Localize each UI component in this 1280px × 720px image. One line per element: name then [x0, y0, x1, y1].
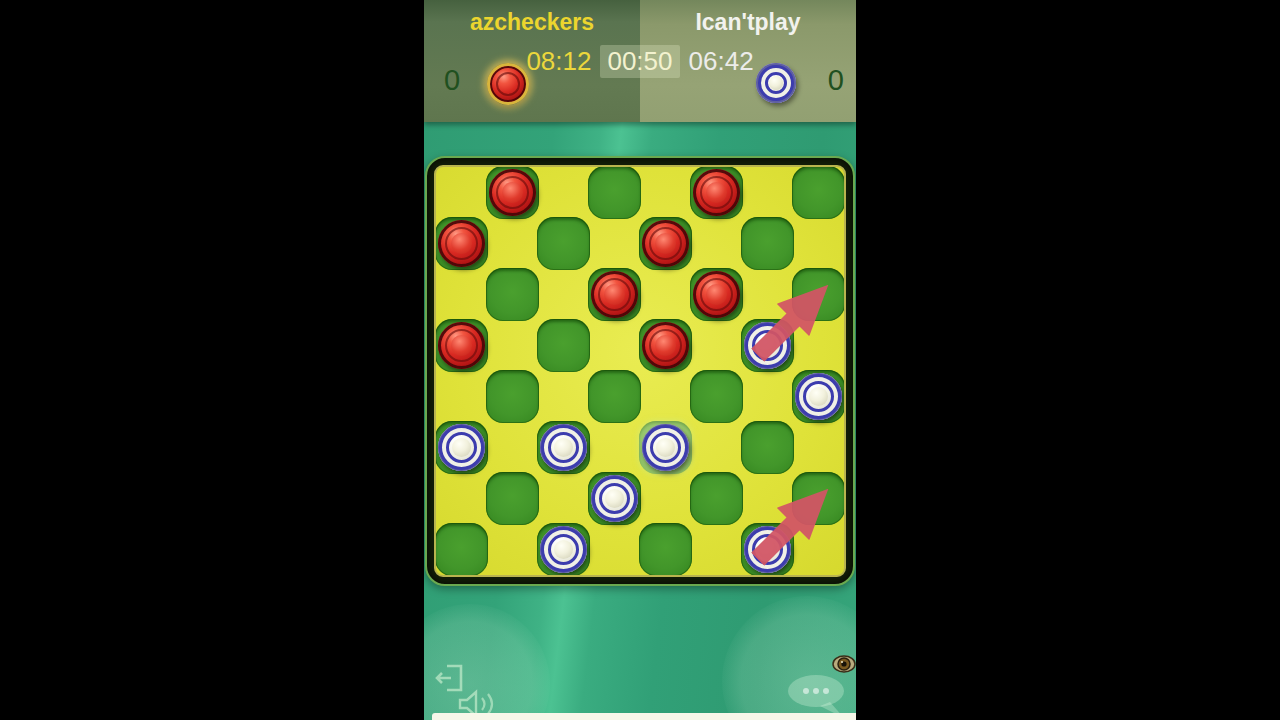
- eye-icon[interactable]: [832, 654, 856, 674]
- square-r6c6: [691, 422, 742, 473]
- square-r2c2: [487, 218, 538, 269]
- move-timer: 00:50: [600, 45, 679, 78]
- square-r1c1: [436, 167, 487, 218]
- square-r3c3: [538, 269, 589, 320]
- square-r5c7: [742, 371, 793, 422]
- square-r7c6[interactable]: [691, 473, 742, 524]
- square-r8c3[interactable]: [538, 524, 589, 575]
- square-r1c2[interactable]: [487, 167, 538, 218]
- dark-square: [588, 166, 641, 219]
- square-r8c5[interactable]: [640, 524, 691, 575]
- white-piece[interactable]: [540, 526, 587, 573]
- square-r8c6: [691, 524, 742, 575]
- square-r4c5[interactable]: [640, 320, 691, 371]
- dark-square: [486, 268, 539, 321]
- red-piece[interactable]: [438, 322, 485, 369]
- square-r5c8[interactable]: [793, 371, 844, 422]
- square-r1c5: [640, 167, 691, 218]
- dark-square: [690, 370, 743, 423]
- dark-square: [588, 370, 641, 423]
- red-piece[interactable]: [489, 169, 536, 216]
- square-r4c6: [691, 320, 742, 371]
- left-player-score: 0: [444, 64, 460, 97]
- red-piece[interactable]: [591, 271, 638, 318]
- square-r3c6[interactable]: [691, 269, 742, 320]
- left-player-clock: 08:12: [526, 46, 591, 77]
- square-r6c5[interactable]: [640, 422, 691, 473]
- white-piece[interactable]: [540, 424, 587, 471]
- square-r4c4: [589, 320, 640, 371]
- left-player-name: azcheckers: [424, 9, 640, 36]
- square-r3c2[interactable]: [487, 269, 538, 320]
- square-r1c3: [538, 167, 589, 218]
- square-r6c3[interactable]: [538, 422, 589, 473]
- white-piece[interactable]: [795, 373, 842, 420]
- dark-square: [741, 421, 794, 474]
- dark-square: [741, 217, 794, 270]
- right-player-clock: 06:42: [689, 46, 754, 77]
- square-r7c4[interactable]: [589, 473, 640, 524]
- square-r1c4[interactable]: [589, 167, 640, 218]
- red-piece[interactable]: [438, 220, 485, 267]
- white-piece[interactable]: [438, 424, 485, 471]
- right-player-name: Ican'tplay: [640, 9, 856, 36]
- square-r5c1: [436, 371, 487, 422]
- square-r2c6: [691, 218, 742, 269]
- red-piece[interactable]: [693, 169, 740, 216]
- square-r1c7: [742, 167, 793, 218]
- square-r5c6[interactable]: [691, 371, 742, 422]
- match-header: azcheckers Ican'tplay 08:12 00:50 06:42 …: [424, 0, 856, 122]
- dark-square: [486, 370, 539, 423]
- dark-square: [639, 523, 692, 576]
- dark-square: [486, 472, 539, 525]
- square-r4c1[interactable]: [436, 320, 487, 371]
- board-frame: [425, 156, 855, 586]
- square-r6c4: [589, 422, 640, 473]
- square-r3c1: [436, 269, 487, 320]
- square-r5c5: [640, 371, 691, 422]
- dark-square: [537, 217, 590, 270]
- red-piece[interactable]: [642, 220, 689, 267]
- square-r2c4: [589, 218, 640, 269]
- square-r2c5[interactable]: [640, 218, 691, 269]
- phone-screen: azcheckers Ican'tplay 08:12 00:50 06:42 …: [424, 0, 856, 720]
- checkers-board: [434, 165, 846, 577]
- square-r8c1[interactable]: [436, 524, 487, 575]
- square-r1c6[interactable]: [691, 167, 742, 218]
- bottom-banner-edge: [432, 713, 856, 720]
- square-r5c2[interactable]: [487, 371, 538, 422]
- board-grid: [436, 167, 844, 575]
- square-r2c7[interactable]: [742, 218, 793, 269]
- white-piece-icon: [756, 63, 796, 103]
- square-r5c3: [538, 371, 589, 422]
- red-piece[interactable]: [642, 322, 689, 369]
- square-r7c5: [640, 473, 691, 524]
- white-piece[interactable]: [642, 424, 689, 471]
- square-r6c2: [487, 422, 538, 473]
- square-r4c2: [487, 320, 538, 371]
- square-r5c4[interactable]: [589, 371, 640, 422]
- square-r4c3[interactable]: [538, 320, 589, 371]
- dark-square: [435, 523, 488, 576]
- square-r6c7[interactable]: [742, 422, 793, 473]
- square-r2c3[interactable]: [538, 218, 589, 269]
- square-r3c5: [640, 269, 691, 320]
- dark-square: [792, 166, 845, 219]
- square-r6c8: [793, 422, 844, 473]
- square-r7c2[interactable]: [487, 473, 538, 524]
- right-player-score: 0: [828, 64, 844, 97]
- square-r2c1[interactable]: [436, 218, 487, 269]
- square-r6c1[interactable]: [436, 422, 487, 473]
- square-r2c8: [793, 218, 844, 269]
- square-r8c4: [589, 524, 640, 575]
- square-r7c1: [436, 473, 487, 524]
- red-piece-icon: [487, 63, 529, 105]
- square-r1c8[interactable]: [793, 167, 844, 218]
- square-r3c4[interactable]: [589, 269, 640, 320]
- square-r3c7: [742, 269, 793, 320]
- video-frame: azcheckers Ican'tplay 08:12 00:50 06:42 …: [0, 0, 1280, 720]
- dark-square: [690, 472, 743, 525]
- white-piece[interactable]: [591, 475, 638, 522]
- square-r7c3: [538, 473, 589, 524]
- square-r8c2: [487, 524, 538, 575]
- red-piece[interactable]: [693, 271, 740, 318]
- dark-square: [537, 319, 590, 372]
